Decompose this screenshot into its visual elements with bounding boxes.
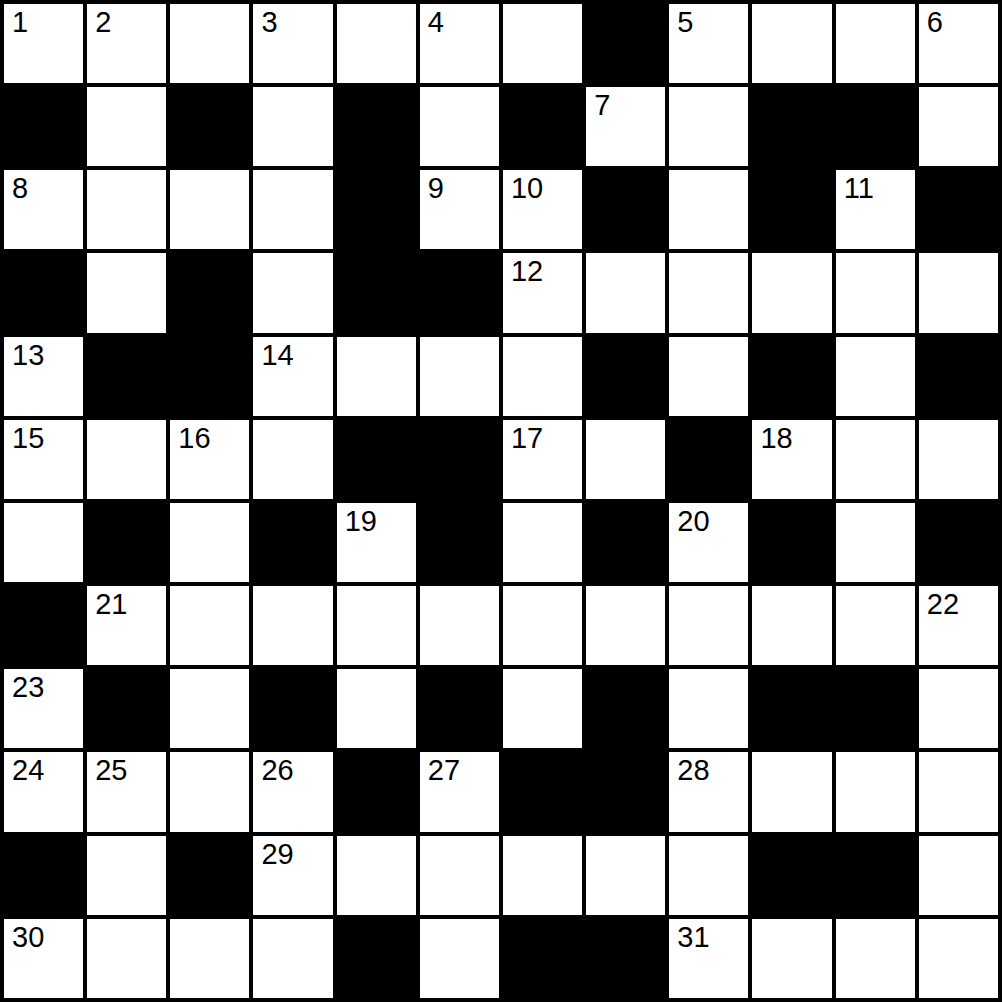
white-cell-r4c4[interactable] — [253, 253, 332, 332]
white-cell-r8c7[interactable] — [503, 586, 582, 665]
block-cell-r7c10 — [752, 503, 831, 582]
white-cell-r1c2[interactable]: 2 — [87, 4, 166, 83]
white-cell-r2c8[interactable]: 7 — [586, 87, 665, 166]
white-cell-r10c12[interactable] — [919, 752, 998, 831]
white-cell-r6c7[interactable]: 17 — [503, 420, 582, 499]
block-cell-r7c6 — [420, 503, 499, 582]
clue-number-26: 26 — [261, 754, 293, 787]
white-cell-r10c10[interactable] — [752, 752, 831, 831]
white-cell-r8c10[interactable] — [752, 586, 831, 665]
white-cell-r8c3[interactable] — [170, 586, 249, 665]
clue-number-12: 12 — [511, 255, 543, 288]
block-cell-r5c10 — [752, 337, 831, 416]
block-cell-r2c3 — [170, 87, 249, 166]
clue-number-21: 21 — [95, 588, 127, 621]
white-cell-r1c7[interactable] — [503, 4, 582, 83]
white-cell-r11c2[interactable] — [87, 836, 166, 915]
clue-number-25: 25 — [95, 754, 127, 787]
white-cell-r10c9[interactable]: 28 — [669, 752, 748, 831]
white-cell-r6c12[interactable] — [919, 420, 998, 499]
white-cell-r3c4[interactable] — [253, 170, 332, 249]
white-cell-r2c4[interactable] — [253, 87, 332, 166]
block-cell-r11c11 — [836, 836, 915, 915]
white-cell-r12c6[interactable] — [420, 919, 499, 998]
white-cell-r5c9[interactable] — [669, 337, 748, 416]
block-cell-r1c8 — [586, 4, 665, 83]
clue-number-28: 28 — [677, 754, 709, 787]
clue-number-19: 19 — [345, 505, 377, 538]
white-cell-r10c11[interactable] — [836, 752, 915, 831]
white-cell-r3c2[interactable] — [87, 170, 166, 249]
white-cell-r6c4[interactable] — [253, 420, 332, 499]
block-cell-r3c12 — [919, 170, 998, 249]
white-cell-r3c1[interactable]: 8 — [4, 170, 83, 249]
white-cell-r9c7[interactable] — [503, 669, 582, 748]
white-cell-r11c7[interactable] — [503, 836, 582, 915]
white-cell-r6c11[interactable] — [836, 420, 915, 499]
block-cell-r5c2 — [87, 337, 166, 416]
white-cell-r9c1[interactable]: 23 — [4, 669, 83, 748]
block-cell-r10c5 — [337, 752, 416, 831]
clue-number-15: 15 — [12, 422, 44, 455]
white-cell-r2c6[interactable] — [420, 87, 499, 166]
white-cell-r7c7[interactable] — [503, 503, 582, 582]
block-cell-r11c1 — [4, 836, 83, 915]
clue-number-24: 24 — [12, 754, 44, 787]
block-cell-r5c12 — [919, 337, 998, 416]
clue-number-27: 27 — [428, 754, 460, 787]
white-cell-r2c2[interactable] — [87, 87, 166, 166]
block-cell-r9c4 — [253, 669, 332, 748]
clue-number-11: 11 — [844, 172, 874, 205]
clue-number-10: 10 — [511, 172, 543, 205]
block-cell-r5c8 — [586, 337, 665, 416]
white-cell-r6c2[interactable] — [87, 420, 166, 499]
white-cell-r12c10[interactable] — [752, 919, 831, 998]
white-cell-r2c9[interactable] — [669, 87, 748, 166]
block-cell-r11c10 — [752, 836, 831, 915]
white-cell-r2c12[interactable] — [919, 87, 998, 166]
block-cell-r7c2 — [87, 503, 166, 582]
white-cell-r1c1[interactable]: 1 — [4, 4, 83, 83]
block-cell-r3c10 — [752, 170, 831, 249]
white-cell-r8c8[interactable] — [586, 586, 665, 665]
block-cell-r10c7 — [503, 752, 582, 831]
block-cell-r6c9 — [669, 420, 748, 499]
white-cell-r8c6[interactable] — [420, 586, 499, 665]
white-cell-r3c6[interactable]: 9 — [420, 170, 499, 249]
white-cell-r11c6[interactable] — [420, 836, 499, 915]
block-cell-r11c3 — [170, 836, 249, 915]
white-cell-r1c4[interactable]: 3 — [253, 4, 332, 83]
white-cell-r8c2[interactable]: 21 — [87, 586, 166, 665]
clue-number-31: 31 — [677, 921, 709, 954]
white-cell-r1c10[interactable] — [752, 4, 831, 83]
clue-number-3: 3 — [261, 6, 277, 39]
block-cell-r5c3 — [170, 337, 249, 416]
white-cell-r6c1[interactable]: 15 — [4, 420, 83, 499]
block-cell-r3c8 — [586, 170, 665, 249]
block-cell-r12c7 — [503, 919, 582, 998]
white-cell-r9c9[interactable] — [669, 669, 748, 748]
white-cell-r3c11[interactable]: 11 — [836, 170, 915, 249]
white-cell-r1c3[interactable] — [170, 4, 249, 83]
white-cell-r9c12[interactable] — [919, 669, 998, 748]
block-cell-r6c6 — [420, 420, 499, 499]
block-cell-r7c12 — [919, 503, 998, 582]
clue-number-1: 1 — [12, 6, 28, 39]
block-cell-r3c5 — [337, 170, 416, 249]
white-cell-r10c3[interactable] — [170, 752, 249, 831]
clue-number-13: 13 — [12, 339, 44, 372]
white-cell-r12c9[interactable]: 31 — [669, 919, 748, 998]
white-cell-r11c8[interactable] — [586, 836, 665, 915]
white-cell-r1c6[interactable]: 4 — [420, 4, 499, 83]
clue-number-5: 5 — [677, 6, 693, 39]
white-cell-r6c10[interactable]: 18 — [752, 420, 831, 499]
clue-number-16: 16 — [178, 422, 210, 455]
white-cell-r5c1[interactable]: 13 — [4, 337, 83, 416]
white-cell-r4c8[interactable] — [586, 253, 665, 332]
block-cell-r12c8 — [586, 919, 665, 998]
block-cell-r9c2 — [87, 669, 166, 748]
white-cell-r1c11[interactable] — [836, 4, 915, 83]
block-cell-r9c6 — [420, 669, 499, 748]
white-cell-r12c3[interactable] — [170, 919, 249, 998]
white-cell-r10c4[interactable]: 26 — [253, 752, 332, 831]
block-cell-r7c4 — [253, 503, 332, 582]
block-cell-r2c10 — [752, 87, 831, 166]
white-cell-r7c1[interactable] — [4, 503, 83, 582]
block-cell-r2c1 — [4, 87, 83, 166]
white-cell-r4c11[interactable] — [836, 253, 915, 332]
clue-number-7: 7 — [594, 89, 610, 122]
block-cell-r8c1 — [4, 586, 83, 665]
white-cell-r6c3[interactable]: 16 — [170, 420, 249, 499]
block-cell-r4c6 — [420, 253, 499, 332]
white-cell-r12c4[interactable] — [253, 919, 332, 998]
white-cell-r5c7[interactable] — [503, 337, 582, 416]
clue-number-9: 9 — [428, 172, 444, 205]
block-cell-r4c1 — [4, 253, 83, 332]
white-cell-r10c6[interactable]: 27 — [420, 752, 499, 831]
clue-number-6: 6 — [927, 6, 943, 39]
white-cell-r1c9[interactable]: 5 — [669, 4, 748, 83]
clue-number-29: 29 — [261, 838, 293, 871]
clue-number-8: 8 — [12, 172, 28, 205]
block-cell-r9c11 — [836, 669, 915, 748]
white-cell-r12c11[interactable] — [836, 919, 915, 998]
white-cell-r11c9[interactable] — [669, 836, 748, 915]
block-cell-r2c11 — [836, 87, 915, 166]
white-cell-r4c12[interactable] — [919, 253, 998, 332]
block-cell-r2c5 — [337, 87, 416, 166]
white-cell-r3c3[interactable] — [170, 170, 249, 249]
white-cell-r8c5[interactable] — [337, 586, 416, 665]
white-cell-r3c9[interactable] — [669, 170, 748, 249]
white-cell-r1c5[interactable] — [337, 4, 416, 83]
white-cell-r5c6[interactable] — [420, 337, 499, 416]
white-cell-r1c12[interactable]: 6 — [919, 4, 998, 83]
white-cell-r9c5[interactable] — [337, 669, 416, 748]
block-cell-r7c8 — [586, 503, 665, 582]
white-cell-r12c2[interactable] — [87, 919, 166, 998]
clue-number-17: 17 — [511, 422, 543, 455]
block-cell-r12c5 — [337, 919, 416, 998]
block-cell-r9c10 — [752, 669, 831, 748]
clue-number-18: 18 — [760, 422, 792, 455]
white-cell-r11c5[interactable] — [337, 836, 416, 915]
white-cell-r8c12[interactable]: 22 — [919, 586, 998, 665]
block-cell-r4c5 — [337, 253, 416, 332]
white-cell-r5c11[interactable] — [836, 337, 915, 416]
clue-number-14: 14 — [261, 339, 293, 372]
white-cell-r7c9[interactable]: 20 — [669, 503, 748, 582]
white-cell-r6c8[interactable] — [586, 420, 665, 499]
white-cell-r10c2[interactable]: 25 — [87, 752, 166, 831]
clue-number-30: 30 — [12, 921, 44, 954]
white-cell-r4c2[interactable] — [87, 253, 166, 332]
white-cell-r8c11[interactable] — [836, 586, 915, 665]
white-cell-r7c5[interactable]: 19 — [337, 503, 416, 582]
block-cell-r10c8 — [586, 752, 665, 831]
clue-number-23: 23 — [12, 671, 44, 704]
white-cell-r11c4[interactable]: 29 — [253, 836, 332, 915]
white-cell-r7c11[interactable] — [836, 503, 915, 582]
white-cell-r8c9[interactable] — [669, 586, 748, 665]
white-cell-r12c1[interactable]: 30 — [4, 919, 83, 998]
white-cell-r5c5[interactable] — [337, 337, 416, 416]
clue-number-2: 2 — [95, 6, 111, 39]
white-cell-r8c4[interactable] — [253, 586, 332, 665]
block-cell-r9c8 — [586, 669, 665, 748]
crossword-grid: 1234567891011121314151617181920212223242… — [0, 0, 1002, 1002]
white-cell-r12c12[interactable] — [919, 919, 998, 998]
clue-number-20: 20 — [677, 505, 709, 538]
white-cell-r4c9[interactable] — [669, 253, 748, 332]
block-cell-r4c3 — [170, 253, 249, 332]
block-cell-r6c5 — [337, 420, 416, 499]
white-cell-r7c3[interactable] — [170, 503, 249, 582]
white-cell-r5c4[interactable]: 14 — [253, 337, 332, 416]
white-cell-r10c1[interactable]: 24 — [4, 752, 83, 831]
white-cell-r4c7[interactable]: 12 — [503, 253, 582, 332]
clue-number-22: 22 — [927, 588, 959, 621]
clue-number-4: 4 — [428, 6, 444, 39]
white-cell-r3c7[interactable]: 10 — [503, 170, 582, 249]
white-cell-r4c10[interactable] — [752, 253, 831, 332]
white-cell-r9c3[interactable] — [170, 669, 249, 748]
block-cell-r2c7 — [503, 87, 582, 166]
white-cell-r11c12[interactable] — [919, 836, 998, 915]
